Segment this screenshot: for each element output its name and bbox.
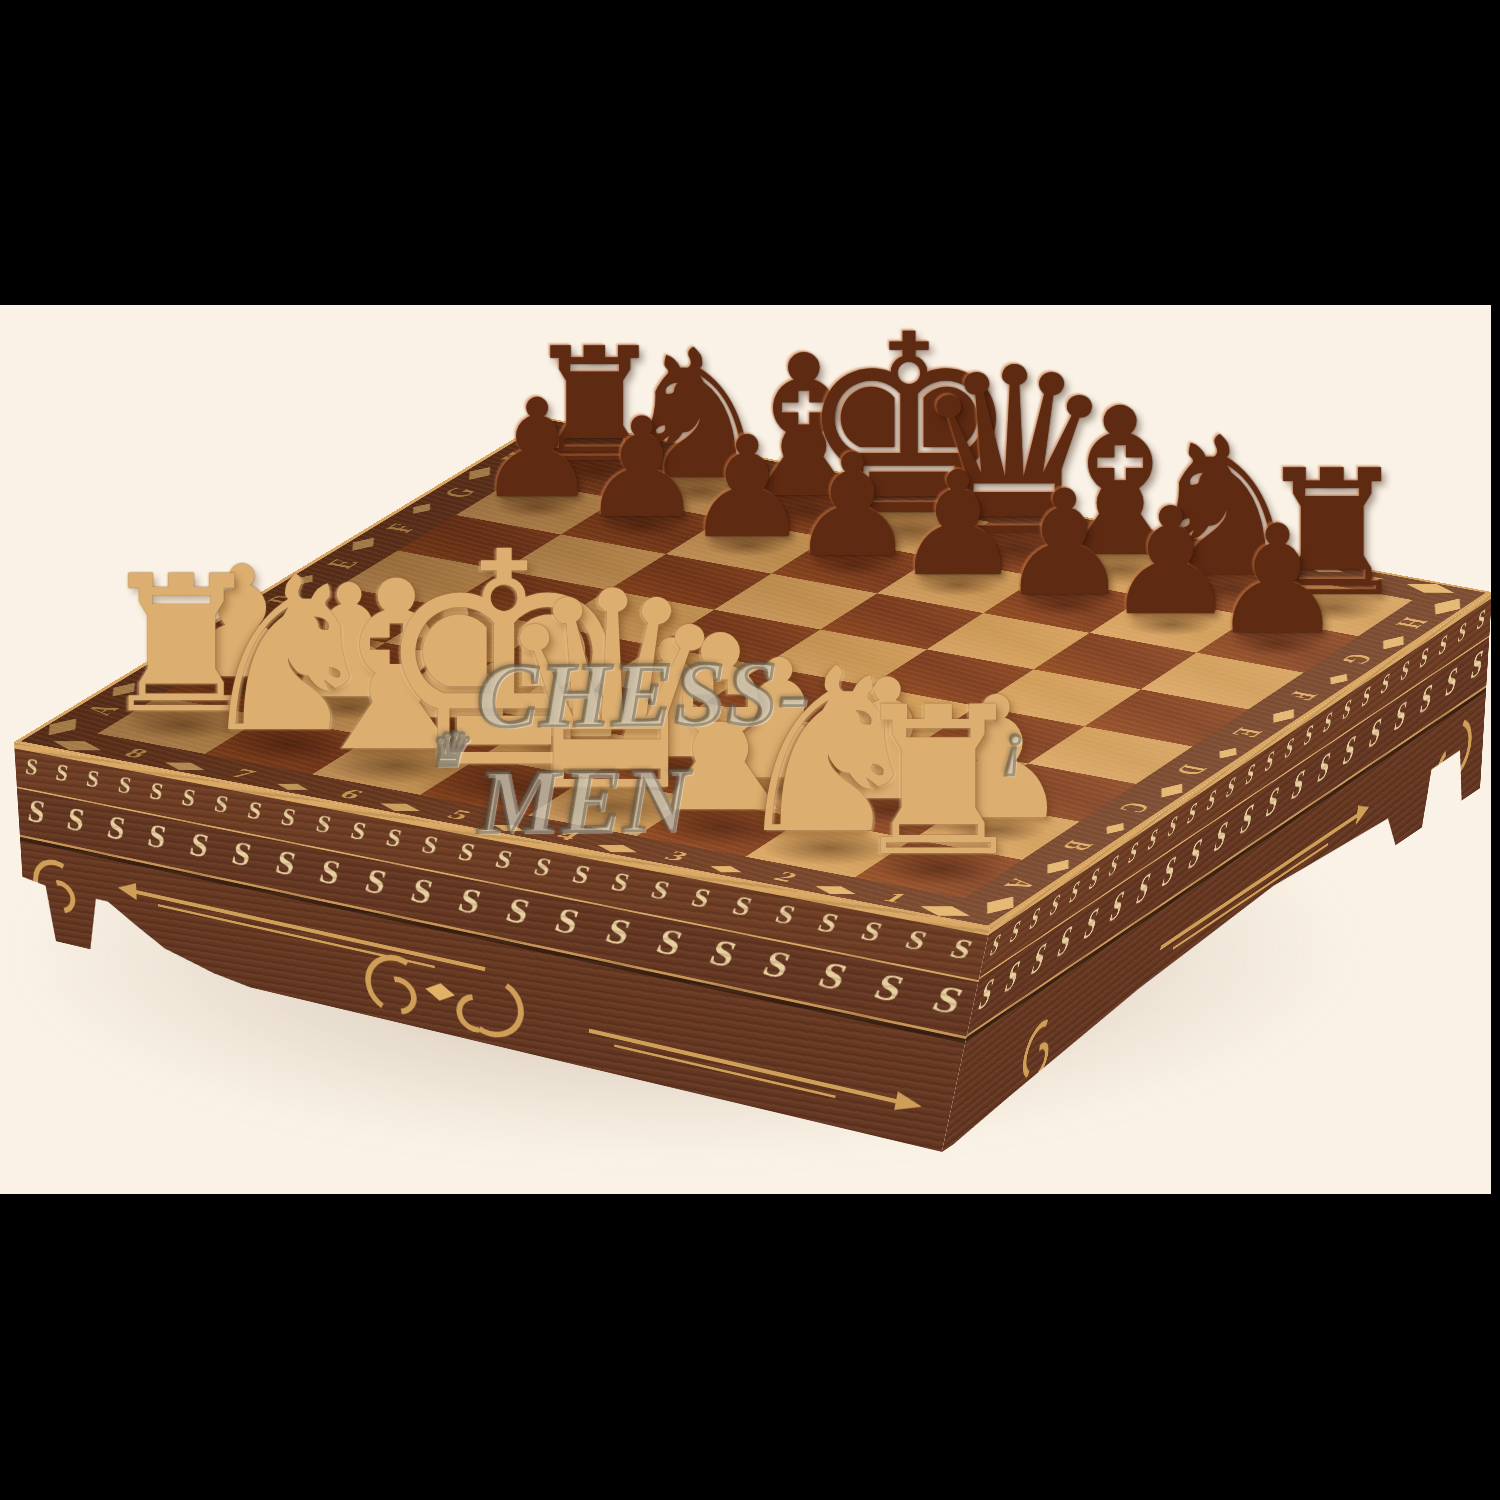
s-scroll-motif: S: [853, 917, 887, 955]
s-scroll-motif: S: [453, 838, 478, 874]
border-inlay-diamond: [36, 716, 89, 738]
s-scroll-motif: S: [755, 945, 797, 993]
file-label-e-near: E: [1226, 726, 1269, 739]
s-scroll-motif: S: [897, 925, 932, 963]
letterbox-right-sliver: [1491, 305, 1500, 1194]
border-inlay-diamond: [1322, 672, 1355, 686]
s-scroll-motif: S: [685, 884, 715, 921]
watermark: ♛ CHESS-MEN ¡: [425, 685, 1026, 807]
s-scroll-motif: S: [25, 794, 48, 836]
s-scroll-motif: S: [311, 811, 333, 846]
watermark-text: CHESS-MEN: [476, 637, 994, 854]
s-scroll-motif: S: [649, 923, 688, 970]
s-scroll-motif: S: [767, 900, 799, 938]
s-scroll-motif: S: [810, 908, 843, 946]
s-scroll-motif: S: [405, 872, 437, 917]
s-scroll-motif: S: [144, 819, 170, 862]
watermark-suffix-mark: ¡: [1002, 708, 1026, 777]
inlay-diamond: [425, 980, 455, 1004]
s-scroll-motif: S: [277, 804, 298, 838]
border-inlay-diamond: [1211, 746, 1244, 760]
border-inlay-diamond: [1098, 821, 1132, 835]
piece-black-pawn-g1: ♟: [1210, 507, 1344, 657]
letterbox-bottom: [0, 1194, 1500, 1500]
s-scroll-motif: S: [346, 817, 369, 852]
file-label-c-near: C: [1113, 801, 1157, 815]
s-scroll-motif: S: [227, 836, 255, 880]
s-scroll-motif: S: [103, 810, 128, 853]
inlay-arrow-motif: [894, 1091, 924, 1116]
file-label-d-near: D: [1169, 763, 1213, 777]
s-scroll-motif: S: [726, 892, 757, 929]
s-scroll-motif: S: [865, 967, 911, 1016]
black-pawn-glyph: ♟: [1210, 507, 1344, 657]
s-scroll-motif: S: [605, 868, 633, 905]
s-scroll-motif: S: [452, 882, 486, 927]
s-scroll-motif: S: [566, 860, 593, 896]
s-scroll-motif: S: [23, 754, 40, 787]
s-scroll-motif: S: [64, 802, 88, 844]
s-scroll-motif: S: [701, 934, 742, 981]
s-scroll-motif: S: [644, 876, 673, 913]
letterbox-top: [0, 0, 1500, 305]
file-label-f-near: F: [1282, 690, 1324, 703]
s-scroll-motif: S: [548, 902, 584, 948]
s-scroll-motif: S: [417, 831, 441, 866]
s-scroll-motif: S: [359, 863, 390, 908]
s-scroll-motif: S: [922, 979, 969, 1028]
s-scroll-motif: S: [146, 778, 165, 812]
s-scroll-motif: S: [942, 934, 978, 973]
s-scroll-motif: S: [185, 827, 212, 870]
s-scroll-motif: S: [499, 892, 534, 938]
inlay-arrow-motif: [1356, 798, 1370, 825]
s-scroll-motif: S: [244, 797, 265, 831]
s-scroll-motif: S: [115, 772, 133, 805]
inlay-arrow-motif: [118, 879, 137, 900]
crown-icon: ♛: [426, 722, 468, 776]
s-scroll-motif: S: [270, 845, 299, 889]
s-scroll-motif: S: [809, 956, 853, 1004]
s-scroll-motif: S: [178, 784, 198, 818]
s-scroll-motif: S: [211, 791, 231, 825]
s-scroll-motif: S: [53, 760, 70, 793]
s-scroll-motif: S: [598, 912, 636, 959]
s-scroll-motif: S: [528, 853, 555, 889]
s-scroll-motif: S: [84, 766, 102, 799]
s-scroll-motif: S: [314, 854, 344, 898]
